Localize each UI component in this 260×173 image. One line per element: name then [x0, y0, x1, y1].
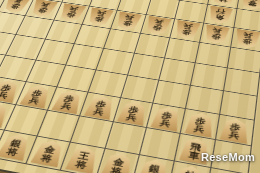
shogi-piece-pawn[interactable]: 歩 兵	[83, 94, 117, 120]
shogi-piece-pawn[interactable]: 歩 兵	[56, 3, 86, 23]
shogi-piece-silver[interactable]: 銀 将	[135, 157, 171, 173]
shogi-piece-pawn[interactable]: 歩 兵	[219, 116, 251, 144]
shogi-piece-pawn[interactable]: 歩 兵	[19, 83, 54, 108]
shogi-piece-pawn[interactable]: 歩 兵	[184, 110, 217, 138]
shogi-piece-pawn[interactable]: 歩 兵	[114, 11, 144, 31]
shogi-piece-pawn[interactable]: 歩 兵	[173, 20, 202, 41]
shogi-piece-gold[interactable]: 金 将	[30, 138, 68, 168]
resemom-watermark: ReseMom	[201, 151, 255, 163]
shogi-piece-pawn[interactable]: 歩 兵	[51, 88, 86, 114]
shogi-piece-pawn[interactable]: 歩 兵	[150, 105, 183, 132]
shogi-board: 香 車桂 馬銀 将金 将玉 将金 将銀 将桂 馬香 車飛 車角 行歩 兵歩 兵歩…	[0, 0, 260, 173]
shogi-piece-pawn[interactable]: 歩 兵	[85, 7, 115, 27]
board-grid: 香 車桂 馬銀 将金 将玉 将金 将銀 将桂 馬香 車飛 車角 行歩 兵歩 兵歩…	[0, 0, 260, 173]
shogi-piece-pawn[interactable]: 歩 兵	[143, 16, 172, 37]
shogi-piece-pawn[interactable]: 歩 兵	[116, 99, 150, 126]
scene: 香 車桂 馬銀 将金 将玉 将金 将銀 将桂 馬香 車飛 車角 行歩 兵歩 兵歩…	[0, 0, 260, 173]
shogi-piece-bishop[interactable]: 角 行	[207, 6, 234, 26]
shogi-piece-pawn[interactable]: 歩 兵	[28, 0, 59, 19]
shogi-piece-pawn[interactable]: 歩 兵	[203, 24, 231, 45]
shogi-piece-gold[interactable]: 金 将	[100, 150, 136, 173]
shogi-piece-king[interactable]: 王 将	[64, 144, 101, 173]
shogi-piece-pawn[interactable]: 歩 兵	[234, 29, 260, 51]
